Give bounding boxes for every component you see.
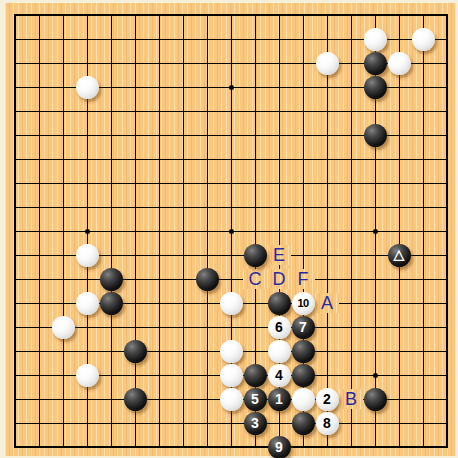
stone-black-M1: 9 <box>268 436 291 458</box>
star-point <box>229 85 234 90</box>
point-label-A: A <box>315 293 339 313</box>
stone-black-N4 <box>292 364 315 387</box>
move-number: 10 <box>297 298 308 309</box>
star-point <box>373 373 378 378</box>
stone-black-L4 <box>244 364 267 387</box>
stone-black-N2 <box>292 412 315 435</box>
stone-white-N3 <box>292 388 315 411</box>
move-number: 6 <box>275 320 283 334</box>
triangle-mark-icon: △ <box>394 247 405 261</box>
star-point <box>85 229 90 234</box>
move-number: 5 <box>251 392 259 406</box>
stone-black-F3 <box>124 388 147 411</box>
stone-white-O3: 2 <box>316 388 339 411</box>
stone-black-N6: 7 <box>292 316 315 339</box>
star-point <box>373 229 378 234</box>
move-number: 9 <box>275 440 283 454</box>
board-layer: ECDFAB△10674512389 <box>0 0 458 458</box>
stone-white-D16 <box>76 76 99 99</box>
stone-white-D9 <box>76 244 99 267</box>
stone-black-Q14 <box>364 124 387 147</box>
stone-white-M5 <box>268 340 291 363</box>
move-number: 2 <box>323 392 331 406</box>
stone-white-K4 <box>220 364 243 387</box>
move-number: 4 <box>275 368 283 382</box>
stone-black-R9: △ <box>388 244 411 267</box>
stone-black-M7 <box>268 292 291 315</box>
point-label-E: E <box>267 245 291 265</box>
point-label-B: B <box>339 389 363 409</box>
stone-black-M3: 1 <box>268 388 291 411</box>
stone-black-J8 <box>196 268 219 291</box>
stone-black-Q17 <box>364 52 387 75</box>
move-number: 3 <box>251 416 259 430</box>
stone-white-C6 <box>52 316 75 339</box>
stone-white-M6: 6 <box>268 316 291 339</box>
point-label-C: C <box>243 269 267 289</box>
move-number: 8 <box>323 416 331 430</box>
stone-white-R17 <box>388 52 411 75</box>
stone-white-K5 <box>220 340 243 363</box>
stone-white-S18 <box>412 28 435 51</box>
stone-white-Q18 <box>364 28 387 51</box>
stone-black-Q16 <box>364 76 387 99</box>
stone-white-D4 <box>76 364 99 387</box>
move-number: 7 <box>299 320 307 334</box>
stone-white-O2: 8 <box>316 412 339 435</box>
star-point <box>229 229 234 234</box>
stone-black-L9 <box>244 244 267 267</box>
stone-white-K7 <box>220 292 243 315</box>
stone-white-K3 <box>220 388 243 411</box>
stone-white-N7: 10 <box>292 292 315 315</box>
go-diagram: ECDFAB△10674512389 <box>0 0 458 458</box>
stone-black-L2: 3 <box>244 412 267 435</box>
stone-white-M4: 4 <box>268 364 291 387</box>
point-label-D: D <box>267 269 291 289</box>
stone-black-Q3 <box>364 388 387 411</box>
stone-white-O17 <box>316 52 339 75</box>
point-label-F: F <box>291 269 315 289</box>
stone-black-N5 <box>292 340 315 363</box>
stone-white-D7 <box>76 292 99 315</box>
stone-black-E7 <box>100 292 123 315</box>
stone-black-L3: 5 <box>244 388 267 411</box>
stone-black-E8 <box>100 268 123 291</box>
stone-black-F5 <box>124 340 147 363</box>
move-number: 1 <box>275 392 283 406</box>
